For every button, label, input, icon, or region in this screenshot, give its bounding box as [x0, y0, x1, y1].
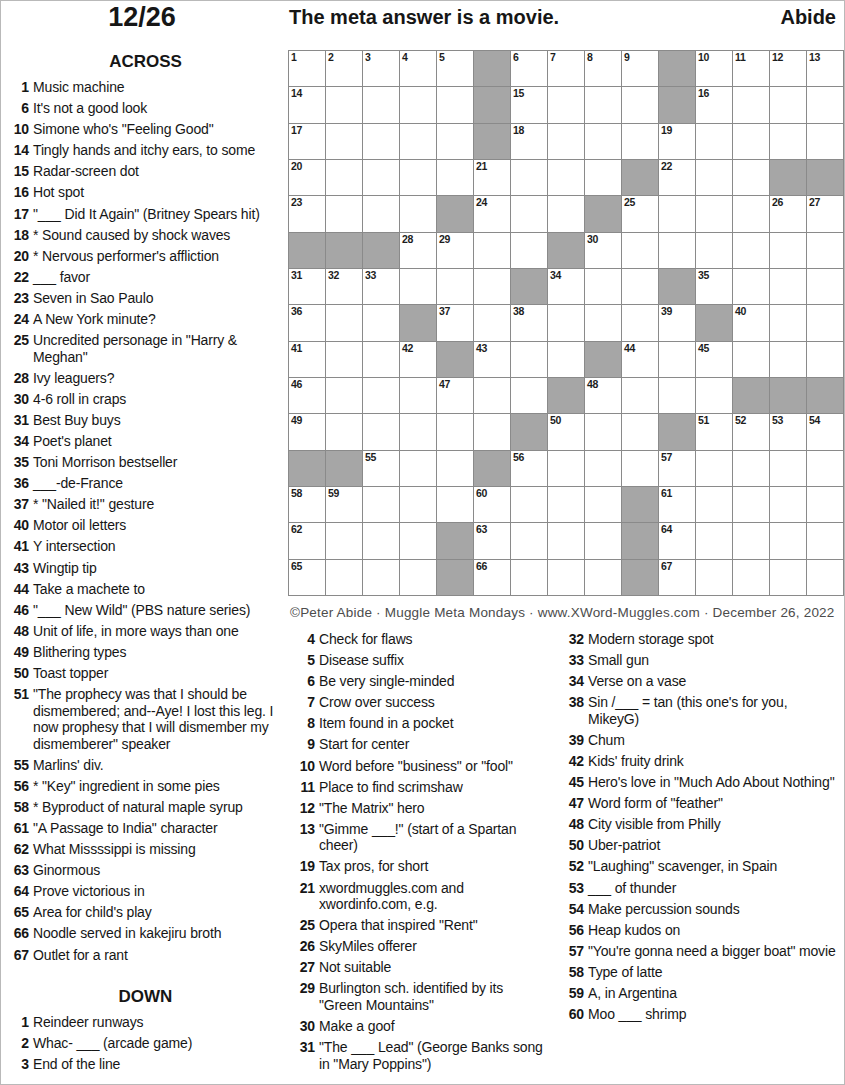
- grid-cell[interactable]: 20: [289, 160, 325, 195]
- grid-cell[interactable]: 38: [511, 305, 547, 340]
- grid-cell[interactable]: [511, 378, 547, 413]
- grid-cell[interactable]: [548, 160, 584, 195]
- clue-number: 36: [7, 475, 29, 492]
- grid-cell[interactable]: 39: [659, 305, 695, 340]
- grid-cell[interactable]: [400, 378, 436, 413]
- grid-cell[interactable]: [363, 87, 399, 122]
- grid-cell[interactable]: 49: [289, 414, 325, 449]
- grid-cell[interactable]: 8: [585, 51, 621, 86]
- clue: 38Sin /___ = tan (this one's for you, Mi…: [562, 694, 840, 727]
- clue-text: Music machine: [33, 79, 284, 96]
- grid-cell[interactable]: [548, 196, 584, 231]
- grid-cell[interactable]: [511, 196, 547, 231]
- block-cell: [326, 233, 362, 268]
- grid-cell[interactable]: [807, 269, 843, 304]
- grid-cell[interactable]: [585, 523, 621, 558]
- clue-number: 16: [7, 184, 29, 201]
- grid-cell[interactable]: [696, 378, 732, 413]
- grid-cell[interactable]: 17: [289, 124, 325, 159]
- grid-cell[interactable]: [548, 451, 584, 486]
- grid-cell[interactable]: 58: [289, 487, 325, 522]
- clue-text: Y intersection: [33, 538, 284, 555]
- copyright-line: ©Peter Abide · Muggle Meta Mondays · www…: [290, 605, 835, 620]
- clue-number: 38: [562, 694, 584, 711]
- cell-number: 62: [291, 523, 302, 536]
- clue: 49Blithering types: [7, 644, 284, 661]
- grid-cell[interactable]: 52: [733, 414, 769, 449]
- grid-cell[interactable]: [585, 160, 621, 195]
- clue: 60Moo ___ shrimp: [562, 1006, 840, 1023]
- grid-cell[interactable]: [733, 87, 769, 122]
- grid-cell[interactable]: [400, 160, 436, 195]
- grid-cell[interactable]: 1: [289, 51, 325, 86]
- grid-cell[interactable]: [585, 124, 621, 159]
- clue: 18* Sound caused by shock waves: [7, 227, 284, 244]
- clue-text: City visible from Philly: [588, 816, 840, 833]
- clue-number: 32: [562, 631, 584, 648]
- cell-number: 35: [698, 269, 709, 282]
- grid-cell[interactable]: [548, 342, 584, 377]
- grid-cell[interactable]: [326, 414, 362, 449]
- clue-text: Ivy leaguers?: [33, 370, 284, 387]
- grid-cell[interactable]: 43: [474, 342, 510, 377]
- grid-cell[interactable]: [770, 451, 806, 486]
- clue-text: What Missssippi is missing: [33, 841, 284, 858]
- block-cell: [622, 160, 658, 195]
- clue-text: Uber-patriot: [588, 837, 840, 854]
- grid-cell[interactable]: 42: [400, 342, 436, 377]
- grid-cell[interactable]: 67: [659, 560, 695, 595]
- grid-cell[interactable]: [622, 305, 658, 340]
- grid-cell[interactable]: [770, 269, 806, 304]
- grid-cell[interactable]: 4: [400, 51, 436, 86]
- clue-text: Poet's planet: [33, 433, 284, 450]
- grid-cell[interactable]: [622, 378, 658, 413]
- block-cell: [511, 269, 547, 304]
- grid-cell[interactable]: [363, 523, 399, 558]
- grid-cell[interactable]: 2: [326, 51, 362, 86]
- cell-number: 13: [809, 51, 820, 64]
- clue-text: Noodle served in kakejiru broth: [33, 925, 284, 942]
- grid-cell[interactable]: [474, 414, 510, 449]
- grid-cell[interactable]: [733, 269, 769, 304]
- grid-cell[interactable]: [326, 124, 362, 159]
- grid-cell[interactable]: 22: [659, 160, 695, 195]
- cell-number: 4: [402, 51, 408, 64]
- grid-cell[interactable]: [326, 378, 362, 413]
- cell-number: 58: [291, 487, 302, 500]
- grid-cell[interactable]: [622, 451, 658, 486]
- grid-cell[interactable]: [622, 233, 658, 268]
- cell-number: 16: [698, 87, 709, 100]
- grid-cell[interactable]: [696, 160, 732, 195]
- clue-number: 10: [293, 758, 315, 775]
- grid-cell[interactable]: [363, 414, 399, 449]
- grid-cell[interactable]: [400, 560, 436, 595]
- grid-cell[interactable]: [770, 487, 806, 522]
- grid-cell[interactable]: [770, 233, 806, 268]
- grid-cell[interactable]: 50: [548, 414, 584, 449]
- grid-cell[interactable]: [400, 451, 436, 486]
- clue-number: 4: [293, 631, 315, 648]
- clue-number: 31: [293, 1039, 315, 1056]
- grid-cell[interactable]: [696, 523, 732, 558]
- grid-cell[interactable]: 33: [363, 269, 399, 304]
- cell-number: 7: [550, 51, 556, 64]
- grid-cell[interactable]: [326, 342, 362, 377]
- grid-cell[interactable]: [585, 487, 621, 522]
- grid-cell[interactable]: [770, 305, 806, 340]
- cell-number: 66: [476, 560, 487, 573]
- clue-number: 41: [7, 538, 29, 555]
- grid-cell[interactable]: [733, 487, 769, 522]
- grid-cell[interactable]: 25: [622, 196, 658, 231]
- grid-cell[interactable]: 7: [548, 51, 584, 86]
- grid-cell[interactable]: [326, 160, 362, 195]
- clue-text: Motor oil letters: [33, 517, 284, 534]
- clue: 33Small gun: [562, 652, 840, 669]
- clue: 42Kids' fruity drink: [562, 753, 840, 770]
- clue-number: 65: [7, 904, 29, 921]
- grid-cell[interactable]: [437, 451, 473, 486]
- grid-cell[interactable]: 64: [659, 523, 695, 558]
- grid-cell[interactable]: [511, 560, 547, 595]
- clue: 57"You're gonna need a bigger boat" movi…: [562, 943, 840, 960]
- grid-cell[interactable]: [585, 305, 621, 340]
- clue-text: 4-6 roll in craps: [33, 391, 284, 408]
- grid-cell[interactable]: 21: [474, 160, 510, 195]
- clue-text: Not suitable: [319, 959, 549, 976]
- grid-cell[interactable]: 65: [289, 560, 325, 595]
- grid-cell[interactable]: 45: [696, 342, 732, 377]
- grid-cell[interactable]: 55: [363, 451, 399, 486]
- grid-cell[interactable]: [400, 414, 436, 449]
- cell-number: 10: [698, 51, 709, 64]
- clue-text: Check for flaws: [319, 631, 549, 648]
- grid-cell[interactable]: [733, 560, 769, 595]
- grid-cell[interactable]: [437, 269, 473, 304]
- grid-cell[interactable]: [363, 342, 399, 377]
- clue-number: 50: [562, 837, 584, 854]
- block-cell: [659, 51, 695, 86]
- grid-cell[interactable]: 56: [511, 451, 547, 486]
- grid-cell[interactable]: [326, 305, 362, 340]
- grid-cell[interactable]: [548, 523, 584, 558]
- clue: 39Chum: [562, 732, 840, 749]
- clue: 56* "Key" ingredient in some pies: [7, 778, 284, 795]
- grid-cell[interactable]: [770, 342, 806, 377]
- clue-text: ___-de-France: [33, 475, 284, 492]
- grid-cell[interactable]: [511, 487, 547, 522]
- grid-cell[interactable]: 11: [733, 51, 769, 86]
- cell-number: 27: [809, 196, 820, 209]
- grid-cell[interactable]: [511, 342, 547, 377]
- grid-cell[interactable]: [400, 523, 436, 558]
- clue-number: 27: [293, 959, 315, 976]
- grid-cell[interactable]: [696, 124, 732, 159]
- grid-cell[interactable]: [622, 414, 658, 449]
- grid-cell[interactable]: 40: [733, 305, 769, 340]
- grid-cell[interactable]: 44: [622, 342, 658, 377]
- grid-cell[interactable]: [437, 160, 473, 195]
- grid-cell[interactable]: 66: [474, 560, 510, 595]
- grid-cell[interactable]: 51: [696, 414, 732, 449]
- author-name: Abide: [780, 6, 836, 29]
- clue-number: 52: [562, 858, 584, 875]
- grid-cell[interactable]: [437, 414, 473, 449]
- clue-number: 48: [562, 816, 584, 833]
- clue-text: "___ New Wild" (PBS nature series): [33, 602, 284, 619]
- clue-text: Make a goof: [319, 1018, 549, 1035]
- cell-number: 42: [402, 342, 413, 355]
- block-cell: [511, 414, 547, 449]
- grid-cell[interactable]: 35: [696, 269, 732, 304]
- grid-cell[interactable]: 12: [770, 51, 806, 86]
- grid-cell[interactable]: 29: [437, 233, 473, 268]
- grid-cell[interactable]: [511, 523, 547, 558]
- clue-text: A, in Argentina: [588, 985, 840, 1002]
- grid-cell[interactable]: 54: [807, 414, 843, 449]
- clue: 25Opera that inspired "Rent": [293, 917, 549, 934]
- grid-cell[interactable]: [400, 487, 436, 522]
- grid-cell[interactable]: 61: [659, 487, 695, 522]
- grid-cell[interactable]: [363, 560, 399, 595]
- grid-cell[interactable]: 6: [511, 51, 547, 86]
- grid-cell[interactable]: 62: [289, 523, 325, 558]
- block-cell: [585, 196, 621, 231]
- grid-cell[interactable]: 16: [696, 87, 732, 122]
- cell-number: 56: [513, 451, 524, 464]
- grid-cell[interactable]: [474, 305, 510, 340]
- cell-number: 36: [291, 305, 302, 318]
- clue-number: 58: [562, 964, 584, 981]
- grid-cell[interactable]: 26: [770, 196, 806, 231]
- grid-cell[interactable]: [400, 87, 436, 122]
- clue: 48Unit of life, in more ways than one: [7, 623, 284, 640]
- grid-cell[interactable]: 10: [696, 51, 732, 86]
- grid-cell[interactable]: [733, 196, 769, 231]
- grid-cell[interactable]: 5: [437, 51, 473, 86]
- clue-text: * Sound caused by shock waves: [33, 227, 284, 244]
- clue-text: Disease suffix: [319, 652, 549, 669]
- grid-cell[interactable]: [474, 233, 510, 268]
- grid-cell[interactable]: [622, 124, 658, 159]
- cell-number: 57: [661, 451, 672, 464]
- grid-cell[interactable]: 60: [474, 487, 510, 522]
- grid-cell[interactable]: 15: [511, 87, 547, 122]
- grid-cell[interactable]: 9: [622, 51, 658, 86]
- grid-cell[interactable]: [511, 233, 547, 268]
- cell-number: 40: [735, 305, 746, 318]
- grid-cell[interactable]: [400, 196, 436, 231]
- grid-cell[interactable]: [437, 487, 473, 522]
- grid-cell[interactable]: [807, 451, 843, 486]
- clue-number: 18: [7, 227, 29, 244]
- cell-number: 8: [587, 51, 593, 64]
- grid-cell[interactable]: [770, 124, 806, 159]
- clue: 28Ivy leaguers?: [7, 370, 284, 387]
- grid-cell[interactable]: [585, 414, 621, 449]
- grid-cell[interactable]: 59: [326, 487, 362, 522]
- clue-number: 13: [293, 821, 315, 838]
- block-cell: [326, 451, 362, 486]
- block-cell: [548, 378, 584, 413]
- grid-cell[interactable]: [807, 560, 843, 595]
- grid-cell[interactable]: [807, 305, 843, 340]
- clue-number: 1: [7, 79, 29, 96]
- grid-cell[interactable]: 14: [289, 87, 325, 122]
- clue: 25Uncredited personage in "Harry & Megha…: [7, 332, 284, 365]
- clue: 19Tax pros, for short: [293, 858, 549, 875]
- grid-cell[interactable]: [548, 487, 584, 522]
- grid-cell[interactable]: [400, 269, 436, 304]
- clue-text: ___ favor: [33, 269, 284, 286]
- clue-number: 8: [293, 715, 315, 732]
- clue-text: Wingtip tip: [33, 560, 284, 577]
- grid-cell[interactable]: 37: [437, 305, 473, 340]
- grid-cell[interactable]: 57: [659, 451, 695, 486]
- grid-cell[interactable]: 46: [289, 378, 325, 413]
- grid-cell[interactable]: 32: [326, 269, 362, 304]
- clue-text: Best Buy buys: [33, 412, 284, 429]
- clue-number: 61: [7, 820, 29, 837]
- grid-cell[interactable]: [696, 196, 732, 231]
- block-cell: [770, 378, 806, 413]
- grid-cell[interactable]: [659, 378, 695, 413]
- grid-cell[interactable]: [659, 342, 695, 377]
- grid-cell[interactable]: 53: [770, 414, 806, 449]
- meta-note: The meta answer is a movie.: [289, 6, 559, 29]
- grid-cell[interactable]: 27: [807, 196, 843, 231]
- clue: 53___ of thunder: [562, 880, 840, 897]
- clue-text: Chum: [588, 732, 840, 749]
- grid-cell[interactable]: 31: [289, 269, 325, 304]
- grid-cell[interactable]: 13: [807, 51, 843, 86]
- grid-cell[interactable]: [326, 196, 362, 231]
- grid-cell[interactable]: [585, 560, 621, 595]
- grid-cell[interactable]: 36: [289, 305, 325, 340]
- grid-cell[interactable]: [733, 160, 769, 195]
- cell-number: 54: [809, 414, 820, 427]
- grid-cell[interactable]: [807, 233, 843, 268]
- grid-cell[interactable]: [807, 523, 843, 558]
- clue-text: Moo ___ shrimp: [588, 1006, 840, 1023]
- grid-cell[interactable]: [807, 124, 843, 159]
- grid-cell[interactable]: [622, 269, 658, 304]
- block-cell: [548, 233, 584, 268]
- grid-cell[interactable]: [548, 560, 584, 595]
- cell-number: 43: [476, 342, 487, 355]
- cell-number: 30: [587, 233, 598, 246]
- grid-cell[interactable]: [770, 87, 806, 122]
- grid-cell[interactable]: [363, 160, 399, 195]
- grid-cell[interactable]: 30: [585, 233, 621, 268]
- clue-number: 48: [7, 623, 29, 640]
- grid-cell[interactable]: [548, 305, 584, 340]
- block-cell: [363, 233, 399, 268]
- clue-number: 25: [293, 917, 315, 934]
- clue-number: 64: [7, 883, 29, 900]
- grid-cell[interactable]: [770, 523, 806, 558]
- grid-cell[interactable]: 23: [289, 196, 325, 231]
- grid-cell[interactable]: [548, 124, 584, 159]
- grid-cell[interactable]: [622, 87, 658, 122]
- clue-number: 34: [7, 433, 29, 450]
- grid-cell[interactable]: [733, 451, 769, 486]
- grid-cell[interactable]: [696, 560, 732, 595]
- grid-cell[interactable]: 34: [548, 269, 584, 304]
- grid-cell[interactable]: 47: [437, 378, 473, 413]
- grid-cell[interactable]: [807, 342, 843, 377]
- grid-cell[interactable]: [400, 124, 436, 159]
- grid-cell[interactable]: [733, 124, 769, 159]
- grid-cell[interactable]: 63: [474, 523, 510, 558]
- grid-cell[interactable]: 19: [659, 124, 695, 159]
- grid-cell[interactable]: 18: [511, 124, 547, 159]
- grid-cell[interactable]: [363, 378, 399, 413]
- grid-cell[interactable]: [326, 87, 362, 122]
- clue: 48City visible from Philly: [562, 816, 840, 833]
- grid-cell[interactable]: [326, 560, 362, 595]
- grid-cell[interactable]: 41: [289, 342, 325, 377]
- grid-cell[interactable]: [770, 560, 806, 595]
- block-cell: [400, 305, 436, 340]
- grid-cell[interactable]: [474, 269, 510, 304]
- grid-cell[interactable]: 3: [363, 51, 399, 86]
- grid-cell[interactable]: 28: [400, 233, 436, 268]
- grid-cell[interactable]: 24: [474, 196, 510, 231]
- grid-cell[interactable]: [474, 378, 510, 413]
- grid-cell[interactable]: [807, 87, 843, 122]
- block-cell: [622, 487, 658, 522]
- clue-number: 37: [7, 496, 29, 513]
- grid-cell[interactable]: [363, 305, 399, 340]
- grid-cell[interactable]: [807, 487, 843, 522]
- grid-cell[interactable]: [733, 523, 769, 558]
- grid-cell[interactable]: [696, 487, 732, 522]
- clue-text: Toni Morrison bestseller: [33, 454, 284, 471]
- grid-cell[interactable]: [363, 124, 399, 159]
- grid-cell[interactable]: 48: [585, 378, 621, 413]
- grid-cell[interactable]: [363, 196, 399, 231]
- grid-cell[interactable]: [733, 233, 769, 268]
- clue-number: 24: [7, 311, 29, 328]
- clue: 13"Gimme ___!" (start of a Spartan cheer…: [293, 821, 549, 854]
- clue-text: Take a machete to: [33, 581, 284, 598]
- grid-cell[interactable]: [585, 269, 621, 304]
- grid-cell[interactable]: [659, 196, 695, 231]
- grid-cell[interactable]: [326, 523, 362, 558]
- grid-cell[interactable]: [437, 87, 473, 122]
- cell-number: 59: [328, 487, 339, 500]
- grid-cell[interactable]: [548, 87, 584, 122]
- grid-cell[interactable]: [585, 87, 621, 122]
- cell-number: 14: [291, 87, 302, 100]
- grid-cell[interactable]: [659, 233, 695, 268]
- clue: 51"The prophecy was that I should be dis…: [7, 686, 284, 752]
- grid-cell[interactable]: [437, 124, 473, 159]
- grid-cell[interactable]: [585, 451, 621, 486]
- grid-cell[interactable]: [696, 451, 732, 486]
- grid-cell[interactable]: [511, 160, 547, 195]
- clue: 50Uber-patriot: [562, 837, 840, 854]
- clue-number: 58: [7, 799, 29, 816]
- grid-cell[interactable]: [696, 233, 732, 268]
- grid-cell[interactable]: [733, 342, 769, 377]
- clue: 29Burlington sch. identified by its "Gre…: [293, 980, 549, 1013]
- grid-cell[interactable]: [363, 487, 399, 522]
- across-header: ACROSS: [7, 52, 284, 72]
